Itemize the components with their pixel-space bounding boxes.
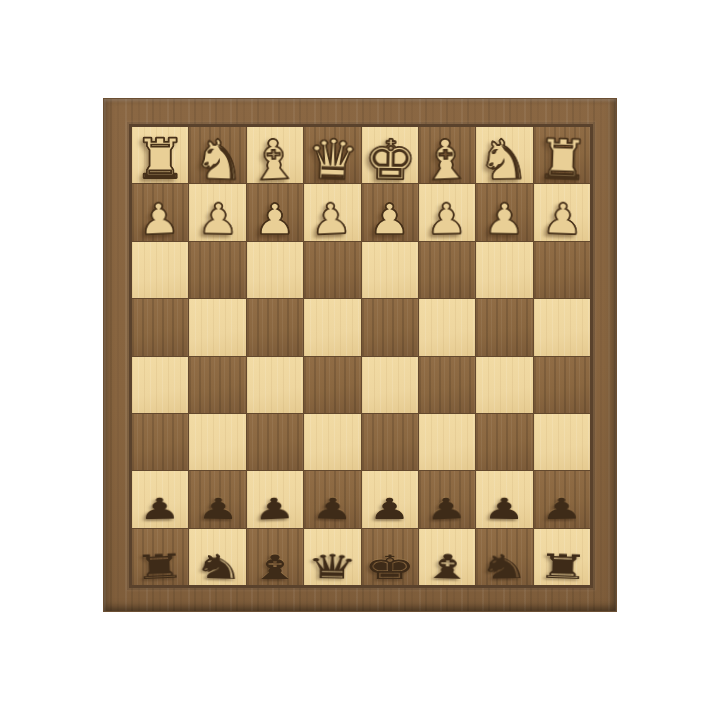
square-h1[interactable]: ♜ <box>534 529 590 585</box>
square-c5[interactable] <box>247 299 303 355</box>
piece-white-pawn[interactable]: ♟ <box>197 197 239 240</box>
square-h4[interactable] <box>534 357 590 413</box>
square-f8[interactable]: ♝ <box>419 127 475 183</box>
square-g8[interactable]: ♞ <box>476 127 532 183</box>
square-b5[interactable] <box>189 299 245 355</box>
piece-black-pawn[interactable]: ♟ <box>369 493 411 522</box>
piece-white-pawn[interactable]: ♟ <box>484 197 526 240</box>
piece-white-knight[interactable]: ♞ <box>477 132 530 188</box>
square-f2[interactable]: ♟ <box>419 471 475 527</box>
square-a8[interactable]: ♜ <box>132 127 188 183</box>
square-a7[interactable]: ♟ <box>132 184 188 240</box>
square-d3[interactable] <box>304 414 360 470</box>
piece-white-bishop[interactable]: ♝ <box>419 131 473 188</box>
square-b7[interactable]: ♟ <box>189 184 245 240</box>
square-f7[interactable]: ♟ <box>419 184 475 240</box>
piece-white-rook[interactable]: ♜ <box>134 132 186 187</box>
square-e3[interactable] <box>362 414 418 470</box>
piece-black-pawn[interactable]: ♟ <box>139 493 182 523</box>
piece-black-pawn[interactable]: ♟ <box>483 493 526 523</box>
square-d8[interactable]: ♛ <box>304 127 360 183</box>
square-d7[interactable]: ♟ <box>304 184 360 240</box>
piece-white-knight[interactable]: ♞ <box>192 131 246 188</box>
square-d4[interactable] <box>304 357 360 413</box>
piece-white-pawn[interactable]: ♟ <box>426 197 468 240</box>
square-c6[interactable] <box>247 242 303 298</box>
photo-background: ♜♞♝♛♚♝♞♜♟♟♟♟♟♟♟♟♟♟♟♟♟♟♟♟♜♞♝♛♚♝♞♜ <box>0 0 720 720</box>
square-d1[interactable]: ♛ <box>304 529 360 585</box>
piece-black-bishop[interactable]: ♝ <box>249 550 301 584</box>
piece-black-pawn[interactable]: ♟ <box>540 493 583 523</box>
piece-white-pawn[interactable]: ♟ <box>541 197 584 241</box>
square-g7[interactable]: ♟ <box>476 184 532 240</box>
square-g4[interactable] <box>476 357 532 413</box>
piece-black-rook[interactable]: ♜ <box>133 549 186 585</box>
piece-white-king[interactable]: ♚ <box>364 132 417 188</box>
square-a6[interactable] <box>132 242 188 298</box>
piece-black-pawn[interactable]: ♟ <box>425 493 468 524</box>
square-b8[interactable]: ♞ <box>189 127 245 183</box>
square-f4[interactable] <box>419 357 475 413</box>
square-h5[interactable] <box>534 299 590 355</box>
square-g1[interactable]: ♞ <box>476 529 532 585</box>
square-f3[interactable] <box>419 414 475 470</box>
square-e4[interactable] <box>362 357 418 413</box>
square-a4[interactable] <box>132 357 188 413</box>
square-e7[interactable]: ♟ <box>362 184 418 240</box>
piece-black-pawn[interactable]: ♟ <box>196 493 239 523</box>
square-a2[interactable]: ♟ <box>132 471 188 527</box>
piece-black-pawn[interactable]: ♟ <box>253 493 296 524</box>
piece-white-bishop[interactable]: ♝ <box>247 131 301 188</box>
piece-black-king[interactable]: ♚ <box>364 550 416 584</box>
piece-white-queen[interactable]: ♛ <box>306 131 360 188</box>
square-h2[interactable]: ♟ <box>534 471 590 527</box>
chess-board-grid: ♜♞♝♛♚♝♞♜♟♟♟♟♟♟♟♟♟♟♟♟♟♟♟♟♜♞♝♛♚♝♞♜ <box>132 127 590 585</box>
square-a1[interactable]: ♜ <box>132 529 188 585</box>
square-c4[interactable] <box>247 357 303 413</box>
square-g6[interactable] <box>476 242 532 298</box>
piece-black-pawn[interactable]: ♟ <box>311 493 354 524</box>
square-h7[interactable]: ♟ <box>534 184 590 240</box>
square-a5[interactable] <box>132 299 188 355</box>
square-e8[interactable]: ♚ <box>362 127 418 183</box>
piece-black-rook[interactable]: ♜ <box>536 549 589 584</box>
piece-white-rook[interactable]: ♜ <box>536 131 590 188</box>
square-e2[interactable]: ♟ <box>362 471 418 527</box>
square-d6[interactable] <box>304 242 360 298</box>
square-f1[interactable]: ♝ <box>419 529 475 585</box>
square-e1[interactable]: ♚ <box>362 529 418 585</box>
square-g5[interactable] <box>476 299 532 355</box>
piece-black-queen[interactable]: ♛ <box>306 550 359 585</box>
square-b3[interactable] <box>189 414 245 470</box>
square-b2[interactable]: ♟ <box>189 471 245 527</box>
square-c3[interactable] <box>247 414 303 470</box>
piece-black-knight[interactable]: ♞ <box>478 550 531 585</box>
square-b1[interactable]: ♞ <box>189 529 245 585</box>
piece-white-pawn[interactable]: ♟ <box>369 197 410 239</box>
square-f6[interactable] <box>419 242 475 298</box>
square-c7[interactable]: ♟ <box>247 184 303 240</box>
piece-black-knight[interactable]: ♞ <box>192 549 245 584</box>
square-h6[interactable] <box>534 242 590 298</box>
square-h3[interactable] <box>534 414 590 470</box>
piece-white-pawn[interactable]: ♟ <box>310 197 353 241</box>
square-c8[interactable]: ♝ <box>247 127 303 183</box>
chess-board-frame: ♜♞♝♛♚♝♞♜♟♟♟♟♟♟♟♟♟♟♟♟♟♟♟♟♜♞♝♛♚♝♞♜ <box>103 98 617 612</box>
square-a3[interactable] <box>132 414 188 470</box>
square-d2[interactable]: ♟ <box>304 471 360 527</box>
piece-white-pawn[interactable]: ♟ <box>254 197 295 239</box>
square-b4[interactable] <box>189 357 245 413</box>
piece-black-bishop[interactable]: ♝ <box>421 549 474 584</box>
square-c1[interactable]: ♝ <box>247 529 303 585</box>
square-e5[interactable] <box>362 299 418 355</box>
square-c2[interactable]: ♟ <box>247 471 303 527</box>
square-g2[interactable]: ♟ <box>476 471 532 527</box>
square-h8[interactable]: ♜ <box>534 127 590 183</box>
square-f5[interactable] <box>419 299 475 355</box>
square-d5[interactable] <box>304 299 360 355</box>
square-g3[interactable] <box>476 414 532 470</box>
square-e6[interactable] <box>362 242 418 298</box>
piece-white-pawn[interactable]: ♟ <box>138 197 181 241</box>
square-b6[interactable] <box>189 242 245 298</box>
